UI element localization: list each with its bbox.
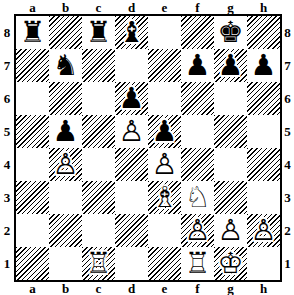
square-c6[interactable] bbox=[82, 82, 115, 115]
chess-diagram: abcdefgh 87654321 ♜♜♝♚♞♟♟♟♟♟♙♟♙♙♗♘♙♙♙♖♖♔… bbox=[0, 0, 294, 295]
square-g1[interactable]: ♔ bbox=[214, 247, 247, 280]
rank-label-4: 4 bbox=[281, 148, 294, 181]
file-label-h: h bbox=[247, 0, 280, 14]
square-c4[interactable] bbox=[82, 148, 115, 181]
square-d1[interactable] bbox=[115, 247, 148, 280]
file-label-f: f bbox=[181, 281, 214, 295]
square-h5[interactable] bbox=[247, 115, 280, 148]
piece-black-pawn-h7[interactable]: ♟ bbox=[247, 49, 280, 82]
square-g8[interactable]: ♚ bbox=[214, 16, 247, 49]
square-b3[interactable] bbox=[49, 181, 82, 214]
square-g3[interactable] bbox=[214, 181, 247, 214]
square-f8[interactable] bbox=[181, 16, 214, 49]
piece-black-rook-c8[interactable]: ♜ bbox=[82, 16, 115, 49]
file-label-b: b bbox=[49, 281, 82, 295]
file-label-g: g bbox=[214, 281, 247, 295]
square-h1[interactable] bbox=[247, 247, 280, 280]
square-f5[interactable] bbox=[181, 115, 214, 148]
file-label-c: c bbox=[82, 0, 115, 14]
file-label-e: e bbox=[148, 0, 181, 14]
square-g4[interactable] bbox=[214, 148, 247, 181]
square-h6[interactable] bbox=[247, 82, 280, 115]
square-h7[interactable]: ♟ bbox=[247, 49, 280, 82]
piece-black-king-g8[interactable]: ♚ bbox=[214, 16, 247, 49]
square-c7[interactable] bbox=[82, 49, 115, 82]
square-a6[interactable] bbox=[16, 82, 49, 115]
piece-white-knight-f3[interactable]: ♘ bbox=[181, 181, 214, 214]
square-f7[interactable]: ♟ bbox=[181, 49, 214, 82]
piece-white-pawn-b4[interactable]: ♙ bbox=[49, 148, 82, 181]
file-label-a: a bbox=[16, 0, 49, 14]
file-label-c: c bbox=[82, 281, 115, 295]
square-b5[interactable]: ♟ bbox=[49, 115, 82, 148]
square-d3[interactable] bbox=[115, 181, 148, 214]
square-g6[interactable] bbox=[214, 82, 247, 115]
piece-white-pawn-f2[interactable]: ♙ bbox=[181, 214, 214, 247]
square-g7[interactable]: ♟ bbox=[214, 49, 247, 82]
file-label-h: h bbox=[247, 281, 280, 295]
file-label-d: d bbox=[115, 0, 148, 14]
square-c2[interactable] bbox=[82, 214, 115, 247]
piece-black-pawn-f7[interactable]: ♟ bbox=[181, 49, 214, 82]
square-a2[interactable] bbox=[16, 214, 49, 247]
square-f4[interactable] bbox=[181, 148, 214, 181]
piece-black-pawn-b5[interactable]: ♟ bbox=[49, 115, 82, 148]
rank-labels-left: 87654321 bbox=[0, 16, 14, 280]
square-b8[interactable] bbox=[49, 16, 82, 49]
file-label-f: f bbox=[181, 0, 214, 14]
file-label-a: a bbox=[16, 281, 49, 295]
square-b7[interactable]: ♞ bbox=[49, 49, 82, 82]
file-label-e: e bbox=[148, 281, 181, 295]
square-e3[interactable]: ♗ bbox=[148, 181, 181, 214]
square-b6[interactable] bbox=[49, 82, 82, 115]
square-g2[interactable]: ♙ bbox=[214, 214, 247, 247]
piece-black-pawn-e5[interactable]: ♟ bbox=[148, 115, 181, 148]
file-label-g: g bbox=[214, 0, 247, 14]
square-e6[interactable] bbox=[148, 82, 181, 115]
piece-black-knight-b7[interactable]: ♞ bbox=[49, 49, 82, 82]
square-c1[interactable]: ♖ bbox=[82, 247, 115, 280]
piece-black-pawn-g7[interactable]: ♟ bbox=[214, 49, 247, 82]
square-d6[interactable]: ♟ bbox=[115, 82, 148, 115]
square-a4[interactable] bbox=[16, 148, 49, 181]
rank-label-8: 8 bbox=[0, 16, 14, 49]
rank-label-4: 4 bbox=[0, 148, 14, 181]
square-f1[interactable]: ♖ bbox=[181, 247, 214, 280]
rank-label-7: 7 bbox=[0, 49, 14, 82]
square-a1[interactable] bbox=[16, 247, 49, 280]
square-b2[interactable] bbox=[49, 214, 82, 247]
square-d2[interactable] bbox=[115, 214, 148, 247]
square-e5[interactable]: ♟ bbox=[148, 115, 181, 148]
file-labels-top: abcdefgh bbox=[16, 0, 280, 14]
square-g5[interactable] bbox=[214, 115, 247, 148]
rank-label-2: 2 bbox=[281, 214, 294, 247]
rank-labels-right: 87654321 bbox=[281, 16, 294, 280]
square-d4[interactable] bbox=[115, 148, 148, 181]
square-e8[interactable] bbox=[148, 16, 181, 49]
file-label-b: b bbox=[49, 0, 82, 14]
square-h4[interactable] bbox=[247, 148, 280, 181]
square-e1[interactable] bbox=[148, 247, 181, 280]
rank-label-7: 7 bbox=[281, 49, 294, 82]
piece-white-king-g1[interactable]: ♔ bbox=[214, 247, 247, 280]
square-d5[interactable]: ♙ bbox=[115, 115, 148, 148]
square-b1[interactable] bbox=[49, 247, 82, 280]
square-f3[interactable]: ♘ bbox=[181, 181, 214, 214]
square-a8[interactable]: ♜ bbox=[16, 16, 49, 49]
file-label-d: d bbox=[115, 281, 148, 295]
square-h2[interactable]: ♙ bbox=[247, 214, 280, 247]
piece-white-rook-f1[interactable]: ♖ bbox=[181, 247, 214, 280]
rank-label-6: 6 bbox=[0, 82, 14, 115]
rank-label-1: 1 bbox=[0, 247, 14, 280]
square-h3[interactable] bbox=[247, 181, 280, 214]
piece-black-pawn-d6[interactable]: ♟ bbox=[115, 82, 148, 115]
square-a7[interactable] bbox=[16, 49, 49, 82]
square-e4[interactable]: ♙ bbox=[148, 148, 181, 181]
piece-white-bishop-e3[interactable]: ♗ bbox=[148, 181, 181, 214]
square-f6[interactable] bbox=[181, 82, 214, 115]
chess-board: ♜♜♝♚♞♟♟♟♟♟♙♟♙♙♗♘♙♙♙♖♖♔ bbox=[14, 14, 282, 282]
square-c5[interactable] bbox=[82, 115, 115, 148]
piece-white-rook-c1[interactable]: ♖ bbox=[82, 247, 115, 280]
piece-white-pawn-e4[interactable]: ♙ bbox=[148, 148, 181, 181]
square-a3[interactable] bbox=[16, 181, 49, 214]
square-c8[interactable]: ♜ bbox=[82, 16, 115, 49]
piece-white-pawn-h2[interactable]: ♙ bbox=[247, 214, 280, 247]
rank-label-5: 5 bbox=[0, 115, 14, 148]
rank-label-3: 3 bbox=[281, 181, 294, 214]
square-d8[interactable]: ♝ bbox=[115, 16, 148, 49]
square-c3[interactable] bbox=[82, 181, 115, 214]
rank-label-3: 3 bbox=[0, 181, 14, 214]
piece-black-bishop-d8[interactable]: ♝ bbox=[115, 16, 148, 49]
square-a5[interactable] bbox=[16, 115, 49, 148]
file-labels-bottom: abcdefgh bbox=[16, 281, 280, 295]
square-b4[interactable]: ♙ bbox=[49, 148, 82, 181]
rank-label-5: 5 bbox=[281, 115, 294, 148]
rank-label-6: 6 bbox=[281, 82, 294, 115]
square-d7[interactable] bbox=[115, 49, 148, 82]
square-e2[interactable] bbox=[148, 214, 181, 247]
square-h8[interactable] bbox=[247, 16, 280, 49]
square-e7[interactable] bbox=[148, 49, 181, 82]
rank-label-8: 8 bbox=[281, 16, 294, 49]
square-f2[interactable]: ♙ bbox=[181, 214, 214, 247]
rank-label-1: 1 bbox=[281, 247, 294, 280]
piece-white-pawn-d5[interactable]: ♙ bbox=[115, 115, 148, 148]
piece-white-pawn-g2[interactable]: ♙ bbox=[214, 214, 247, 247]
rank-label-2: 2 bbox=[0, 214, 14, 247]
piece-black-rook-a8[interactable]: ♜ bbox=[16, 16, 49, 49]
